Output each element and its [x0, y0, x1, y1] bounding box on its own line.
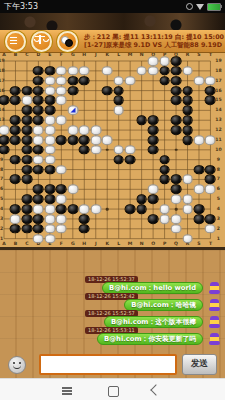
coord-label: 17 [0, 78, 5, 83]
star-point [106, 208, 109, 211]
white-stone-E13 [44, 115, 55, 125]
white-stone-E16 [44, 86, 55, 96]
coord-label: 14 [0, 108, 5, 113]
white-stone-L14 [113, 106, 124, 116]
black-stone-C7 [22, 175, 33, 185]
black-stone-E5 [44, 194, 55, 204]
coord-label: 1 [0, 236, 3, 241]
black-stone-O3 [148, 214, 159, 224]
white-stone-N18 [136, 66, 147, 76]
black-stone-P18 [159, 66, 170, 76]
black-stone-N13 [136, 115, 147, 125]
coord-label: 7 [217, 177, 220, 182]
chat-input[interactable] [39, 354, 177, 375]
white-stone-E11 [44, 135, 55, 145]
coord-label: 10 [215, 148, 221, 153]
white-stone-D9 [33, 155, 44, 165]
black-stone-Q12 [171, 125, 182, 135]
black-stone-D14 [33, 106, 44, 116]
white-stone-F8 [56, 165, 67, 175]
black-stone-S4 [194, 204, 205, 214]
black-stone-B13 [10, 115, 21, 125]
white-stone-J12 [90, 125, 101, 135]
white-stone-L10 [113, 145, 124, 155]
black-stone-M4 [125, 204, 136, 214]
chat-message: 18-12-26 15:52:57B@hi.com：这个版本很棒 [0, 310, 225, 327]
black-stone-Q7 [171, 175, 182, 185]
emoji-button[interactable] [8, 356, 26, 374]
menu-button[interactable] [5, 31, 26, 52]
black-stone-H10 [79, 145, 90, 155]
white-stone-D1 [33, 234, 44, 244]
coord-label: 5 [217, 197, 220, 202]
coord-label: 9 [217, 157, 220, 162]
chat-message: 18-12-26 15:53:11B@hi.com：你安装更新了吗 [0, 327, 225, 344]
black-stone-T7 [205, 175, 216, 185]
coord-label: 18 [215, 69, 221, 74]
white-stone-F15 [56, 96, 67, 106]
coord-label: G [71, 241, 75, 246]
black-stone-B2 [10, 224, 21, 234]
black-stone-P7 [159, 175, 170, 185]
white-stone-O18 [148, 66, 159, 76]
send-button[interactable]: 发送 [182, 354, 217, 375]
white-stone-C15 [22, 96, 33, 106]
sync-icon [186, 3, 193, 10]
white-stone-D12 [33, 125, 44, 135]
white-stone-R4 [182, 204, 193, 214]
white-stone-R5 [182, 194, 193, 204]
black-stone-C10 [22, 145, 33, 155]
white-stone-K11 [102, 135, 113, 145]
black-stone-O5 [148, 194, 159, 204]
black-stone-B7 [10, 175, 21, 185]
white-stone-H12 [79, 125, 90, 135]
black-stone-B15 [10, 96, 21, 106]
star-point [175, 208, 178, 211]
white-stone-F16 [56, 86, 67, 96]
black-stone-B4 [10, 204, 21, 214]
coord-label: 11 [215, 138, 221, 143]
black-stone-D17 [33, 76, 44, 86]
coord-label: 16 [0, 88, 5, 93]
coord-label: Q [174, 241, 178, 246]
user-avatar-icon [209, 333, 220, 346]
black-stone-T16 [205, 86, 216, 96]
black-stone-N5 [136, 194, 147, 204]
black-stone-D2 [33, 224, 44, 234]
coord-label: B [14, 241, 18, 246]
white-stone-M10 [125, 145, 136, 155]
white-stone-E9 [44, 155, 55, 165]
black-stone-C14 [22, 106, 33, 116]
black-stone-A10 [0, 145, 9, 155]
white-stone-O6 [148, 185, 159, 195]
coord-label: S [197, 241, 200, 246]
white-stone-H4 [79, 204, 90, 214]
white-stone-Q2 [171, 224, 182, 234]
white-stone-E4 [44, 204, 55, 214]
black-stone-O11 [148, 135, 159, 145]
recents-icon[interactable] [62, 387, 72, 389]
coord-label: 8 [0, 167, 3, 172]
battery-icon [207, 3, 221, 11]
black-stone-C8 [22, 165, 33, 175]
black-stone-P17 [159, 76, 170, 86]
black-stone-H2 [79, 224, 90, 234]
black-stone-A15 [0, 96, 9, 106]
black-stone-B11 [10, 135, 21, 145]
black-stone-Q19 [171, 56, 182, 66]
white-stone-H18 [79, 66, 90, 76]
black-stone-D13 [33, 115, 44, 125]
coord-label: 4 [217, 207, 220, 212]
coord-label: M [128, 241, 133, 246]
black-stone-Q18 [171, 66, 182, 76]
black-stone-B9 [10, 155, 21, 165]
white-stone-F13 [56, 115, 67, 125]
white-stone-E1 [44, 234, 55, 244]
black-stone-G16 [67, 86, 78, 96]
players-line: [1-27]原来是综 9.1D VS 人工智能88 9.19D [84, 41, 224, 50]
coord-label: L [117, 241, 120, 246]
white-stone-J4 [90, 204, 101, 214]
black-stone-D18 [33, 66, 44, 76]
coord-label: 15 [215, 98, 221, 103]
white-stone-L17 [113, 76, 124, 86]
white-stone-D4 [33, 204, 44, 214]
black-stone-Q17 [171, 76, 182, 86]
white-stone-P3 [159, 214, 170, 224]
black-stone-F6 [56, 185, 67, 195]
go-app: 下午3:53 步：212 黑: 提11 13:11:19 白: 提10 15:0… [0, 0, 225, 400]
black-stone-O13 [148, 115, 159, 125]
white-stone-K18 [102, 66, 113, 76]
black-stone-E8 [44, 165, 55, 175]
black-stone-L9 [113, 155, 124, 165]
go-board[interactable]: AABBCCDDEEFFGGHHJJKKLLMMNNOOPPQQRRSSTT19… [0, 53, 225, 247]
game-toolbar: 步：212 黑: 提11 13:11:19 白: 提10 15:00 [1-27… [0, 30, 225, 53]
black-stone-P8 [159, 165, 170, 175]
chat-message: 18-12-26 15:52:42B@hi.com：哈哈镜 [0, 293, 225, 310]
black-stone-G4 [67, 204, 78, 214]
white-stone-G18 [67, 66, 78, 76]
clock: 下午3:53 [4, 0, 38, 13]
coord-label: J [95, 241, 97, 246]
coord-label: 17 [215, 78, 221, 83]
black-stone-R11 [182, 135, 193, 145]
status-bar: 下午3:53 [0, 0, 225, 13]
coord-label: 6 [217, 187, 220, 192]
white-stone-P4 [159, 204, 170, 214]
white-stone-P19 [159, 56, 170, 66]
star-point [106, 149, 109, 152]
score-button[interactable] [31, 31, 52, 52]
coord-label: P [163, 241, 166, 246]
message-bubble: B@hi.com：你安装更新了吗 [97, 333, 203, 345]
black-stone-T3 [205, 214, 216, 224]
coord-label: 12 [215, 128, 221, 133]
black-stone-S8 [194, 165, 205, 175]
white-stone-E12 [44, 125, 55, 135]
black-stone-B12 [10, 125, 21, 135]
coord-label: 2 [217, 226, 220, 231]
black-stone-E18 [44, 66, 55, 76]
coord-label: 1 [217, 236, 220, 241]
black-stone-H11 [79, 135, 90, 145]
coord-label: 3 [0, 217, 3, 222]
coord-label: 18 [0, 69, 5, 74]
black-stone-E6 [44, 185, 55, 195]
coord-label: 6 [0, 187, 3, 192]
white-stone-J10 [90, 145, 101, 155]
coord-label: K [105, 241, 109, 246]
white-stone-Q5 [171, 194, 182, 204]
black-stone-R13 [182, 115, 193, 125]
black-stone-R12 [182, 125, 193, 135]
black-stone-T15 [205, 96, 216, 106]
black-stone-M9 [125, 155, 136, 165]
black-stone-R15 [182, 96, 193, 106]
white-stone-S17 [194, 76, 205, 86]
black-stone-H3 [79, 214, 90, 224]
white-stone-E10 [44, 145, 55, 155]
white-stone-T11 [205, 135, 216, 145]
white-stone-T6 [205, 185, 216, 195]
black-stone-C2 [22, 224, 33, 234]
black-stone-S3 [194, 214, 205, 224]
white-stone-E2 [44, 224, 55, 234]
white-stone-F18 [56, 66, 67, 76]
black-stone-G11 [67, 135, 78, 145]
black-stone-E14 [44, 106, 55, 116]
white-stone-T17 [205, 76, 216, 86]
coord-label: 8 [217, 167, 220, 172]
coord-label: 14 [215, 108, 221, 113]
black-stone-O10 [148, 145, 159, 155]
white-stone-G12 [67, 125, 78, 135]
coord-label: T [209, 241, 212, 246]
coord-label: 16 [215, 88, 221, 93]
black-stone-F4 [56, 204, 67, 214]
black-stone-E15 [44, 96, 55, 106]
white-stone-O19 [148, 56, 159, 66]
coord-label: 19 [0, 59, 5, 64]
black-stone-D16 [33, 86, 44, 96]
black-stone-Q15 [171, 96, 182, 106]
black-stone-C9 [22, 155, 33, 165]
black-stone-D5 [33, 194, 44, 204]
black-stone-K16 [102, 86, 113, 96]
white-stone-G6 [67, 185, 78, 195]
system-nav-bar [0, 378, 225, 400]
home-icon[interactable] [108, 386, 119, 397]
coord-label: C [25, 241, 28, 246]
coord-label: A [2, 241, 6, 246]
black-stone-D3 [33, 214, 44, 224]
black-stone-Q13 [171, 115, 182, 125]
black-stone-G17 [67, 76, 78, 86]
coord-label: N [140, 241, 144, 246]
white-stone-F3 [56, 214, 67, 224]
coord-label: H [82, 241, 86, 246]
header-photo [0, 13, 225, 30]
black-stone-D15 [33, 96, 44, 106]
black-stone-N4 [136, 204, 147, 214]
black-stone-B16 [10, 86, 21, 96]
coord-label: 13 [0, 118, 5, 123]
white-stone-S11 [194, 135, 205, 145]
coord-label: 2 [0, 226, 3, 231]
white-stone-A12 [0, 125, 9, 135]
white-stone-R1 [182, 234, 193, 244]
white-stone-M17 [125, 76, 136, 86]
coord-label: F [60, 241, 63, 246]
black-stone-Q16 [171, 86, 182, 96]
wifi-icon [196, 4, 204, 10]
white-stone-F5 [56, 194, 67, 204]
black-stone-C16 [22, 86, 33, 96]
coord-label: 19 [215, 59, 221, 64]
white-stone-E17 [44, 76, 55, 86]
white-stone-R18 [182, 66, 193, 76]
white-stone-J11 [90, 135, 101, 145]
coord-label: O [151, 241, 155, 246]
black-stone-C4 [22, 204, 33, 214]
star-point [175, 149, 178, 152]
coord-label: 3 [217, 217, 220, 222]
white-stone-R7 [182, 175, 193, 185]
black-stone-L16 [113, 86, 124, 96]
black-stone-R14 [182, 106, 193, 116]
black-stone-F11 [56, 135, 67, 145]
black-stone-O12 [148, 125, 159, 135]
white-stone-F17 [56, 76, 67, 86]
stones-button[interactable] [57, 31, 78, 52]
black-stone-L15 [113, 96, 124, 106]
coord-label: 13 [215, 118, 221, 123]
white-stone-T2 [205, 224, 216, 234]
white-stone-F2 [56, 224, 67, 234]
black-stone-D8 [33, 165, 44, 175]
white-stone-Q3 [171, 214, 182, 224]
menu-icon [10, 37, 17, 39]
chat-message: 18-12-26 15:52:37B@hi.com：hello world [0, 276, 225, 293]
black-stone-R16 [182, 86, 193, 96]
black-stone-C13 [22, 115, 33, 125]
last-move-marker [70, 108, 75, 113]
black-stone-C12 [22, 125, 33, 135]
black-stone-D6 [33, 185, 44, 195]
chat-input-row: 发送 [0, 351, 225, 378]
coord-label: 5 [0, 197, 3, 202]
black-stone-T8 [205, 165, 216, 175]
black-stone-C11 [22, 135, 33, 145]
black-stone-A11 [0, 135, 9, 145]
game-status-line: 步：212 黑: 提11 13:11:19 白: 提10 15:00 [84, 33, 224, 42]
coord-label: 9 [0, 157, 3, 162]
white-stone-D11 [33, 135, 44, 145]
coord-label: 7 [0, 177, 3, 182]
white-stone-S6 [194, 185, 205, 195]
black-stone-C5 [22, 194, 33, 204]
coord-label: 4 [0, 207, 3, 212]
black-stone-P9 [159, 155, 170, 165]
black-stone-H17 [79, 76, 90, 86]
game-info: 步：212 黑: 提11 13:11:19 白: 提10 15:00 [1-27… [84, 33, 224, 50]
black-stone-C3 [22, 214, 33, 224]
back-icon[interactable] [150, 384, 161, 395]
black-stone-D10 [33, 145, 44, 155]
white-stone-B3 [10, 214, 21, 224]
white-stone-E3 [44, 214, 55, 224]
black-stone-Q6 [171, 185, 182, 195]
